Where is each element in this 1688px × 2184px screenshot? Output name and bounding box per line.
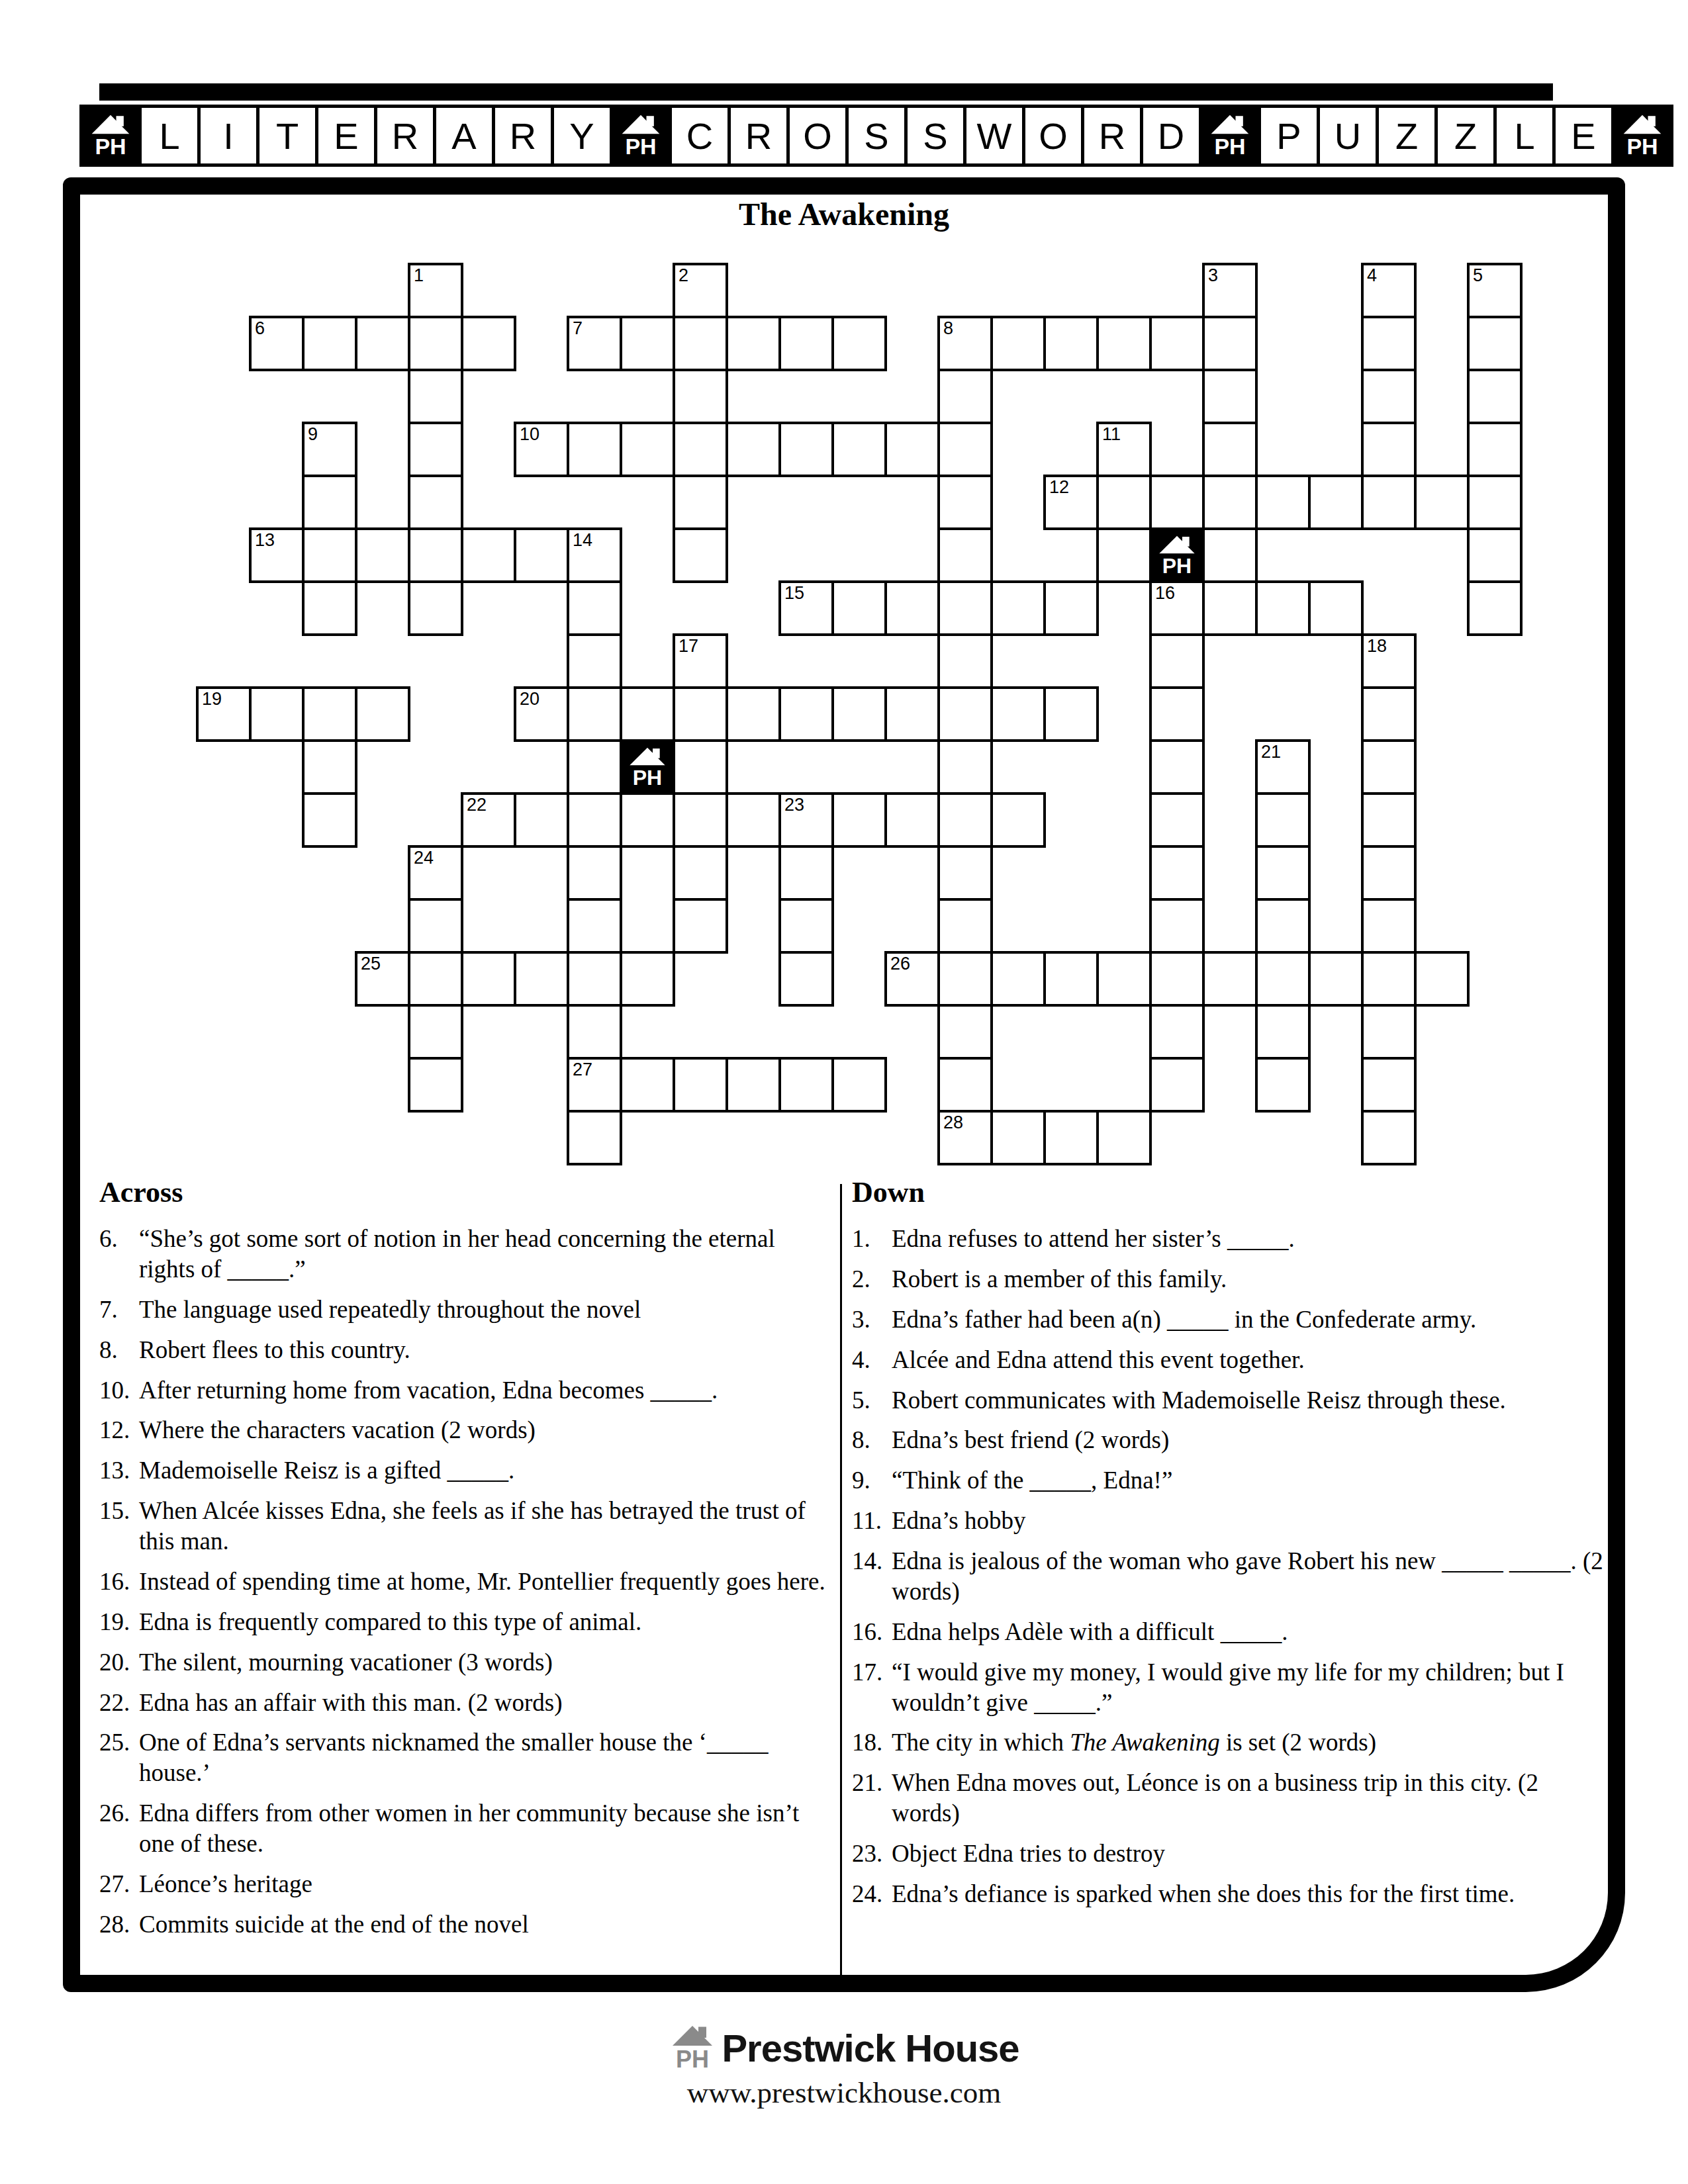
grid-cell <box>1202 369 1258 424</box>
clue-text: “Think of the _____, Edna!” <box>892 1465 1603 1496</box>
grid-cell <box>302 792 357 848</box>
grid-cell <box>1096 951 1152 1007</box>
grid-cell <box>1467 527 1523 583</box>
grid-cell <box>831 1057 887 1113</box>
across-clues-section: Across 6.“She’s got some sort of notion … <box>99 1175 833 1950</box>
banner-letter-tile: Z <box>1376 105 1438 167</box>
grid-cell: 1 <box>408 263 463 318</box>
grid-cell <box>1361 792 1417 848</box>
prestwick-house-icon: PH <box>1156 534 1198 576</box>
clue-text: “She’s got some sort of notion in her he… <box>139 1224 833 1285</box>
grid-cell <box>884 580 940 636</box>
grid-cell <box>673 1057 728 1113</box>
banner-house-tile: PH <box>79 105 142 167</box>
grid-cell <box>726 1057 781 1113</box>
down-clue-row: 18.The city in which The Awakening is se… <box>852 1727 1603 1758</box>
clue-text: Léonce’s heritage <box>139 1869 833 1899</box>
content-frame: The Awakening 1234567891011121314PH15161… <box>63 177 1625 1992</box>
down-clue-row: 3.Edna’s father had been a(n) _____ in t… <box>852 1304 1603 1335</box>
across-clue-row: 26.Edna differs from other women in her … <box>99 1798 833 1859</box>
grid-cell: 2 <box>673 263 728 318</box>
grid-cell-number: 5 <box>1473 266 1483 285</box>
grid-cell <box>408 316 463 371</box>
grid-cell <box>778 686 834 742</box>
prestwick-house-icon: PH <box>88 113 133 158</box>
banner-letter-tile: U <box>1317 105 1379 167</box>
grid-cell <box>673 369 728 424</box>
grid-cell <box>302 580 357 636</box>
grid-cell <box>937 951 993 1007</box>
grid-cell <box>990 1110 1046 1165</box>
svg-text:PH: PH <box>1214 134 1245 158</box>
grid-cell <box>990 792 1046 848</box>
down-clue-row: 5.Robert communicates with Mademoiselle … <box>852 1385 1603 1416</box>
banner-letter-tile: P <box>1258 105 1320 167</box>
clue-text: The language used repeatedly throughout … <box>139 1295 833 1325</box>
grid-cell-number: 16 <box>1155 584 1175 602</box>
grid-cell-number: 23 <box>784 796 804 814</box>
clue-text: Edna has an affair with this man. (2 wor… <box>139 1688 833 1718</box>
grid-cell <box>937 527 993 583</box>
clue-text: Edna helps Adèle with a difficult _____. <box>892 1617 1603 1647</box>
grid-cell <box>1096 527 1152 583</box>
grid-cell <box>302 739 357 795</box>
clue-number: 5. <box>852 1385 892 1416</box>
grid-cell <box>408 580 463 636</box>
grid-cell: 25 <box>355 951 410 1007</box>
grid-cell: 10 <box>514 422 569 477</box>
clue-number: 3. <box>852 1304 892 1335</box>
svg-text:PH: PH <box>676 2046 709 2071</box>
grid-cell <box>1361 1057 1417 1113</box>
clue-number: 16. <box>852 1617 892 1647</box>
footer: PH Prestwick House www.prestwickhouse.co… <box>0 2024 1688 2110</box>
grid-cell <box>1414 475 1470 530</box>
prestwick-house-icon: PH <box>1620 113 1665 158</box>
down-clue-row: 21.When Edna moves out, Léonce is on a b… <box>852 1768 1603 1829</box>
banner-letter-tile: I <box>197 105 259 167</box>
grid-cell <box>990 316 1046 371</box>
grid-cell-number: 25 <box>361 954 381 973</box>
prestwick-house-icon: PH <box>1207 113 1252 158</box>
banner-letter-tile: R <box>492 105 554 167</box>
grid-cell <box>1255 580 1311 636</box>
clue-number: 1. <box>852 1224 892 1254</box>
clue-number: 8. <box>99 1335 139 1365</box>
grid-cell <box>302 527 357 583</box>
grid-cell <box>1043 1110 1099 1165</box>
grid-cell-number: 26 <box>890 954 910 973</box>
grid-cell-number: 21 <box>1261 743 1281 761</box>
grid-cell <box>1149 316 1205 371</box>
grid-cell: 19 <box>196 686 252 742</box>
prestwick-house-icon: PH <box>626 746 669 788</box>
banner-letter-tile: L <box>1493 105 1556 167</box>
grid-cell <box>1202 527 1258 583</box>
clue-number: 7. <box>99 1295 139 1325</box>
grid-cell: 24 <box>408 845 463 901</box>
grid-cell <box>673 527 728 583</box>
grid-cell <box>990 686 1046 742</box>
grid-cell <box>990 951 1046 1007</box>
banner-letter-tile: R <box>374 105 436 167</box>
grid-cell <box>1149 1004 1205 1060</box>
grid-cell <box>620 422 675 477</box>
grid-cell <box>673 898 728 954</box>
grid-cell <box>937 845 993 901</box>
grid-cell-number: 4 <box>1367 266 1377 285</box>
clue-number: 21. <box>852 1768 892 1829</box>
grid-cell <box>937 739 993 795</box>
grid-cell <box>831 316 887 371</box>
grid-cell <box>937 422 993 477</box>
across-clue-row: 16.Instead of spending time at home, Mr.… <box>99 1567 833 1597</box>
grid-cell: 14 <box>567 527 622 583</box>
grid-cell-number: 1 <box>414 266 424 285</box>
grid-cell <box>1361 369 1417 424</box>
across-heading: Across <box>99 1175 833 1209</box>
svg-text:PH: PH <box>1626 134 1658 158</box>
clue-number: 10. <box>99 1375 139 1406</box>
across-clue-row: 19.Edna is frequently compared to this t… <box>99 1607 833 1637</box>
grid-cell <box>937 792 993 848</box>
banner-house-tile: PH <box>1199 105 1261 167</box>
down-clue-row: 16.Edna helps Adèle with a difficult ___… <box>852 1617 1603 1647</box>
grid-cell <box>831 580 887 636</box>
grid-cell <box>673 845 728 901</box>
grid-cell-number: 8 <box>943 319 953 338</box>
grid-cell: 13 <box>249 527 305 583</box>
grid-cell <box>302 316 357 371</box>
clue-number: 17. <box>852 1657 892 1718</box>
across-clue-row: 13.Mademoiselle Reisz is a gifted _____. <box>99 1455 833 1486</box>
clue-text: One of Edna’s servants nicknamed the sma… <box>139 1727 833 1788</box>
grid-cell: 20 <box>514 686 569 742</box>
grid-cell <box>567 792 622 848</box>
clue-text: Edna’s best friend (2 words) <box>892 1425 1603 1455</box>
grid-cell: 12 <box>1043 475 1099 530</box>
grid-cell <box>1149 686 1205 742</box>
clue-number: 9. <box>852 1465 892 1496</box>
grid-cell <box>1043 951 1099 1007</box>
brand-name: Prestwick House <box>722 2026 1019 2070</box>
down-clue-row: 23.Object Edna tries to destroy <box>852 1839 1603 1869</box>
grid-cell <box>1149 845 1205 901</box>
grid-cell-number: 14 <box>573 531 592 549</box>
house-logo-cell: PH <box>620 739 675 795</box>
clue-text: Where the characters vacation (2 words) <box>139 1415 833 1445</box>
grid-cell: 16 <box>1149 580 1205 636</box>
grid-cell <box>567 1110 622 1165</box>
grid-cell <box>1361 475 1417 530</box>
across-clue-row: 20.The silent, mourning vacationer (3 wo… <box>99 1647 833 1678</box>
down-clues-section: Down 1.Edna refuses to attend her sister… <box>852 1175 1603 1919</box>
banner-house-tile: PH <box>1611 105 1673 167</box>
grid-cell-number: 9 <box>308 425 318 443</box>
grid-cell-number: 7 <box>573 319 583 338</box>
grid-cell-number: 27 <box>573 1060 592 1079</box>
across-clue-row: 7.The language used repeatedly throughou… <box>99 1295 833 1325</box>
grid-cell-number: 2 <box>679 266 688 285</box>
across-clue-row: 6.“She’s got some sort of notion in her … <box>99 1224 833 1285</box>
prestwick-house-icon: PH <box>618 113 663 158</box>
down-clue-row: 11.Edna’s hobby <box>852 1506 1603 1536</box>
clue-number: 24. <box>852 1879 892 1909</box>
clue-text: Instead of spending time at home, Mr. Po… <box>139 1567 833 1597</box>
svg-text:PH: PH <box>95 134 126 158</box>
grid-cell <box>1308 475 1364 530</box>
clue-text: Alcée and Edna attend this event togethe… <box>892 1345 1603 1375</box>
grid-cell: 7 <box>567 316 622 371</box>
grid-cell <box>673 792 728 848</box>
down-clue-row: 1.Edna refuses to attend her sister’s __… <box>852 1224 1603 1254</box>
grid-cell <box>1149 633 1205 689</box>
down-clue-row: 24.Edna’s defiance is sparked when she d… <box>852 1879 1603 1909</box>
grid-cell <box>1361 951 1417 1007</box>
grid-cell <box>567 739 622 795</box>
clue-number: 26. <box>99 1798 139 1859</box>
clue-number: 23. <box>852 1839 892 1869</box>
across-clue-row: 27.Léonce’s heritage <box>99 1869 833 1899</box>
clue-number: 20. <box>99 1647 139 1678</box>
grid-cell-number: 22 <box>467 796 487 814</box>
grid-cell <box>937 686 993 742</box>
grid-cell <box>1467 422 1523 477</box>
grid-cell <box>1255 792 1311 848</box>
grid-cell-number: 12 <box>1049 478 1069 496</box>
clue-text: Robert is a member of this family. <box>892 1264 1603 1295</box>
grid-cell <box>990 580 1046 636</box>
grid-cell <box>1149 475 1205 530</box>
across-clue-list: 6.“She’s got some sort of notion in her … <box>99 1224 833 1940</box>
clue-number: 18. <box>852 1727 892 1758</box>
clue-text: Edna is jealous of the woman who gave Ro… <box>892 1546 1603 1607</box>
banner-letter-tile: Z <box>1434 105 1497 167</box>
clue-text: “I would give my money, I would give my … <box>892 1657 1603 1718</box>
down-clue-row: 17.“I would give my money, I would give … <box>852 1657 1603 1718</box>
grid-cell <box>620 1057 675 1113</box>
house-logo-cell: PH <box>1149 527 1205 583</box>
grid-cell <box>1467 475 1523 530</box>
grid-cell <box>567 422 622 477</box>
grid-cell <box>673 422 728 477</box>
clue-number: 16. <box>99 1567 139 1597</box>
clue-number: 25. <box>99 1727 139 1788</box>
grid-cell <box>1255 845 1311 901</box>
grid-cell <box>355 316 410 371</box>
grid-cell: 23 <box>778 792 834 848</box>
grid-cell <box>726 422 781 477</box>
grid-cell <box>778 1057 834 1113</box>
grid-cell: 5 <box>1467 263 1523 318</box>
banner-letter-tile: O <box>786 105 849 167</box>
grid-cell: 18 <box>1361 633 1417 689</box>
grid-cell-number: 15 <box>784 584 804 602</box>
clue-number: 12. <box>99 1415 139 1445</box>
grid-cell <box>408 1057 463 1113</box>
grid-cell <box>355 686 410 742</box>
grid-cell <box>937 475 993 530</box>
across-clue-row: 28.Commits suicide at the end of the nov… <box>99 1909 833 1940</box>
clue-text: Robert flees to this country. <box>139 1335 833 1365</box>
banner-letter-tile: C <box>669 105 731 167</box>
prestwick-house-logo-icon: PH <box>669 2024 716 2071</box>
grid-cell <box>1202 580 1258 636</box>
grid-cell <box>249 686 305 742</box>
grid-cell <box>937 1004 993 1060</box>
page-title: The Awakening <box>80 196 1608 232</box>
clue-number: 27. <box>99 1869 139 1899</box>
grid-cell: 6 <box>249 316 305 371</box>
down-clue-row: 9.“Think of the _____, Edna!” <box>852 1465 1603 1496</box>
grid-cell <box>514 951 569 1007</box>
down-clue-row: 4.Alcée and Edna attend this event toget… <box>852 1345 1603 1375</box>
clue-text: The silent, mourning vacationer (3 words… <box>139 1647 833 1678</box>
grid-cell <box>1255 898 1311 954</box>
grid-cell <box>1414 951 1470 1007</box>
across-clue-row: 8.Robert flees to this country. <box>99 1335 833 1365</box>
grid-cell <box>461 527 516 583</box>
grid-cell <box>461 951 516 1007</box>
grid-cell-number: 19 <box>202 690 222 708</box>
banner-letter-tile: E <box>1552 105 1615 167</box>
grid-cell <box>1149 792 1205 848</box>
grid-cell <box>1467 316 1523 371</box>
grid-cell <box>1255 475 1311 530</box>
grid-cell <box>778 845 834 901</box>
clue-text: Robert communicates with Mademoiselle Re… <box>892 1385 1603 1416</box>
grid-cell <box>408 951 463 1007</box>
crossword-grid: 1234567891011121314PH151617181920PH21222… <box>196 263 1525 1168</box>
grid-cell <box>1096 475 1152 530</box>
grid-cell <box>726 316 781 371</box>
grid-cell <box>1361 845 1417 901</box>
grid-cell: 15 <box>778 580 834 636</box>
clue-text: Edna’s hobby <box>892 1506 1603 1536</box>
clue-text: Edna’s father had been a(n) _____ in the… <box>892 1304 1603 1335</box>
grid-cell <box>1149 951 1205 1007</box>
clue-number: 15. <box>99 1496 139 1557</box>
grid-cell <box>1467 580 1523 636</box>
banner-letter-tile: E <box>315 105 377 167</box>
grid-cell: 8 <box>937 316 993 371</box>
banner-letter-tile: W <box>963 105 1025 167</box>
grid-cell <box>937 369 993 424</box>
grid-cell <box>1149 1057 1205 1113</box>
clue-number: 2. <box>852 1264 892 1295</box>
grid-cell-number: 6 <box>255 319 265 338</box>
banner-letter-tile: A <box>433 105 495 167</box>
grid-cell: 27 <box>567 1057 622 1113</box>
grid-cell-number: 18 <box>1367 637 1387 655</box>
grid-cell <box>831 792 887 848</box>
banner-letter-tile: Y <box>551 105 613 167</box>
grid-cell: 3 <box>1202 263 1258 318</box>
grid-cell <box>937 898 993 954</box>
grid-cell <box>1149 898 1205 954</box>
grid-cell <box>1361 686 1417 742</box>
grid-cell <box>1361 316 1417 371</box>
grid-cell <box>567 580 622 636</box>
across-clue-row: 10.After returning home from vacation, E… <box>99 1375 833 1406</box>
grid-cell <box>831 686 887 742</box>
grid-cell <box>1361 898 1417 954</box>
clue-text: Edna’s defiance is sparked when she does… <box>892 1879 1603 1909</box>
footer-brand-row: PH Prestwick House <box>0 2024 1688 2071</box>
clue-column-divider <box>840 1184 842 1975</box>
grid-cell <box>567 1004 622 1060</box>
grid-cell <box>355 527 410 583</box>
grid-cell: 4 <box>1361 263 1417 318</box>
down-clue-row: 14.Edna is jealous of the woman who gave… <box>852 1546 1603 1607</box>
clue-number: 22. <box>99 1688 139 1718</box>
clue-text: Edna is frequently compared to this type… <box>139 1607 833 1637</box>
clue-text: When Alcée kisses Edna, she feels as if … <box>139 1496 833 1557</box>
grid-cell: 21 <box>1255 739 1311 795</box>
grid-cell <box>1255 1004 1311 1060</box>
clue-number: 4. <box>852 1345 892 1375</box>
grid-cell <box>408 1004 463 1060</box>
grid-cell <box>408 527 463 583</box>
grid-cell <box>567 633 622 689</box>
grid-cell <box>673 475 728 530</box>
down-heading: Down <box>852 1175 1603 1209</box>
grid-cell <box>1361 422 1417 477</box>
clue-text: Object Edna tries to destroy <box>892 1839 1603 1869</box>
grid-cell <box>567 951 622 1007</box>
banner-letter-tile: S <box>904 105 966 167</box>
grid-cell <box>408 475 463 530</box>
grid-cell <box>1255 1057 1311 1113</box>
across-clue-row: 12.Where the characters vacation (2 word… <box>99 1415 833 1445</box>
grid-cell <box>726 792 781 848</box>
banner-letter-tile: O <box>1022 105 1084 167</box>
across-clue-row: 22.Edna has an affair with this man. (2 … <box>99 1688 833 1718</box>
grid-cell <box>1149 739 1205 795</box>
banner-letter-tile: R <box>727 105 790 167</box>
worksheet-page: PHLITERARYPHCROSSWORDPHPUZZLEPH The Awak… <box>0 0 1688 2184</box>
grid-cell <box>1308 951 1364 1007</box>
grid-cell <box>302 475 357 530</box>
grid-cell: 26 <box>884 951 940 1007</box>
clue-text: Edna refuses to attend her sister’s ____… <box>892 1224 1603 1254</box>
banner-letter-tile: T <box>256 105 318 167</box>
grid-cell <box>778 951 834 1007</box>
grid-cell <box>884 422 940 477</box>
grid-cell <box>620 792 675 848</box>
grid-cell <box>1043 316 1099 371</box>
grid-cell <box>673 316 728 371</box>
down-clue-row: 2.Robert is a member of this family. <box>852 1264 1603 1295</box>
grid-cell-number: 13 <box>255 531 275 549</box>
svg-text:PH: PH <box>625 134 656 158</box>
grid-cell <box>884 686 940 742</box>
grid-cell <box>1202 422 1258 477</box>
down-clue-list: 1.Edna refuses to attend her sister’s __… <box>852 1224 1603 1909</box>
grid-cell <box>567 898 622 954</box>
clue-text: Commits suicide at the end of the novel <box>139 1909 833 1940</box>
grid-cell <box>1202 316 1258 371</box>
grid-cell-number: 3 <box>1208 266 1218 285</box>
grid-cell <box>1361 1110 1417 1165</box>
grid-cell <box>302 686 357 742</box>
banner-letter-tile: D <box>1140 105 1202 167</box>
grid-cell <box>1043 580 1099 636</box>
clue-number: 11. <box>852 1506 892 1536</box>
grid-cell <box>1308 580 1364 636</box>
banner-house-tile: PH <box>610 105 672 167</box>
grid-cell <box>673 686 728 742</box>
